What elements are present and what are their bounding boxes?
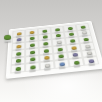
plant-top [83,38,89,42]
cell-r6c3[interactable] [40,61,55,71]
cell-r6c1[interactable] [10,64,25,74]
plant-piece-P[interactable] [87,59,95,65]
cell-r6c4[interactable] [54,59,70,68]
plant-top [43,49,48,53]
plant-piece-G[interactable] [29,58,35,64]
plant-piece-Y[interactable] [43,56,50,62]
plant-piece-W[interactable] [84,45,91,51]
plant-top [56,41,61,45]
plant-piece-G[interactable] [43,49,49,55]
plant-top [59,62,65,66]
plant-piece-G[interactable] [29,65,35,71]
plant-piece-G[interactable] [42,35,48,40]
plant-top [30,65,35,69]
plant-top [15,67,20,71]
plant-piece-W[interactable] [56,41,62,46]
plant-top [55,28,60,31]
plant-piece-G[interactable] [57,47,64,53]
plant-piece-G[interactable] [68,33,74,38]
plant-top [85,45,91,49]
plant-piece-G[interactable] [73,61,80,67]
plant-piece-W[interactable] [86,52,93,58]
cell-r6c2[interactable] [25,62,40,72]
plant-piece-G[interactable] [67,27,73,32]
plant-piece-G[interactable] [29,43,35,48]
plant-piece-W[interactable] [44,64,51,70]
plant-top [44,64,50,68]
plant-top [42,29,47,32]
plant-piece-Y[interactable] [16,32,22,37]
plant-top [29,43,34,47]
plant-piece-G[interactable] [82,38,89,43]
plant-piece-Y[interactable] [70,46,77,52]
photo-canvas [0,0,102,102]
plant-top [80,25,85,28]
plant-piece-G[interactable] [54,28,60,33]
plant-piece-G[interactable] [69,39,76,44]
plant-piece-G[interactable] [15,59,21,65]
plant-top [73,61,79,65]
plant-piece-G[interactable] [42,42,48,47]
plant-piece-G[interactable] [29,37,35,42]
plant-top [71,46,77,50]
plant-top [29,31,34,34]
plant-piece-P[interactable] [72,53,79,59]
plant-piece-G[interactable] [55,34,61,39]
plant-piece-G[interactable] [80,25,86,30]
plant-top [16,32,21,35]
plant-piece-G[interactable] [42,29,48,34]
plant-top [30,50,35,54]
plant-piece-G[interactable] [3,35,10,42]
off-board-piece[interactable] [2,31,13,43]
plant-top [43,42,48,46]
plant-top [70,39,75,43]
plant-piece-Y[interactable] [15,45,21,50]
plant-top [16,52,21,56]
plant-piece-W[interactable] [81,31,88,36]
board [6,21,102,79]
cell-r6c6[interactable] [83,56,100,65]
plant-piece-G[interactable] [15,67,21,73]
plant-top [57,47,62,51]
cell-r6c5[interactable] [68,58,84,67]
plant-top [3,35,10,40]
plant-top [67,27,72,30]
plant-top [88,59,94,63]
plant-piece-G[interactable] [29,50,35,56]
plant-piece-B[interactable] [58,62,65,68]
plant-piece-Y[interactable] [29,31,35,36]
plant-piece-G[interactable] [57,55,64,61]
plant-piece-P[interactable] [16,38,22,43]
plant-piece-G[interactable] [15,52,21,58]
